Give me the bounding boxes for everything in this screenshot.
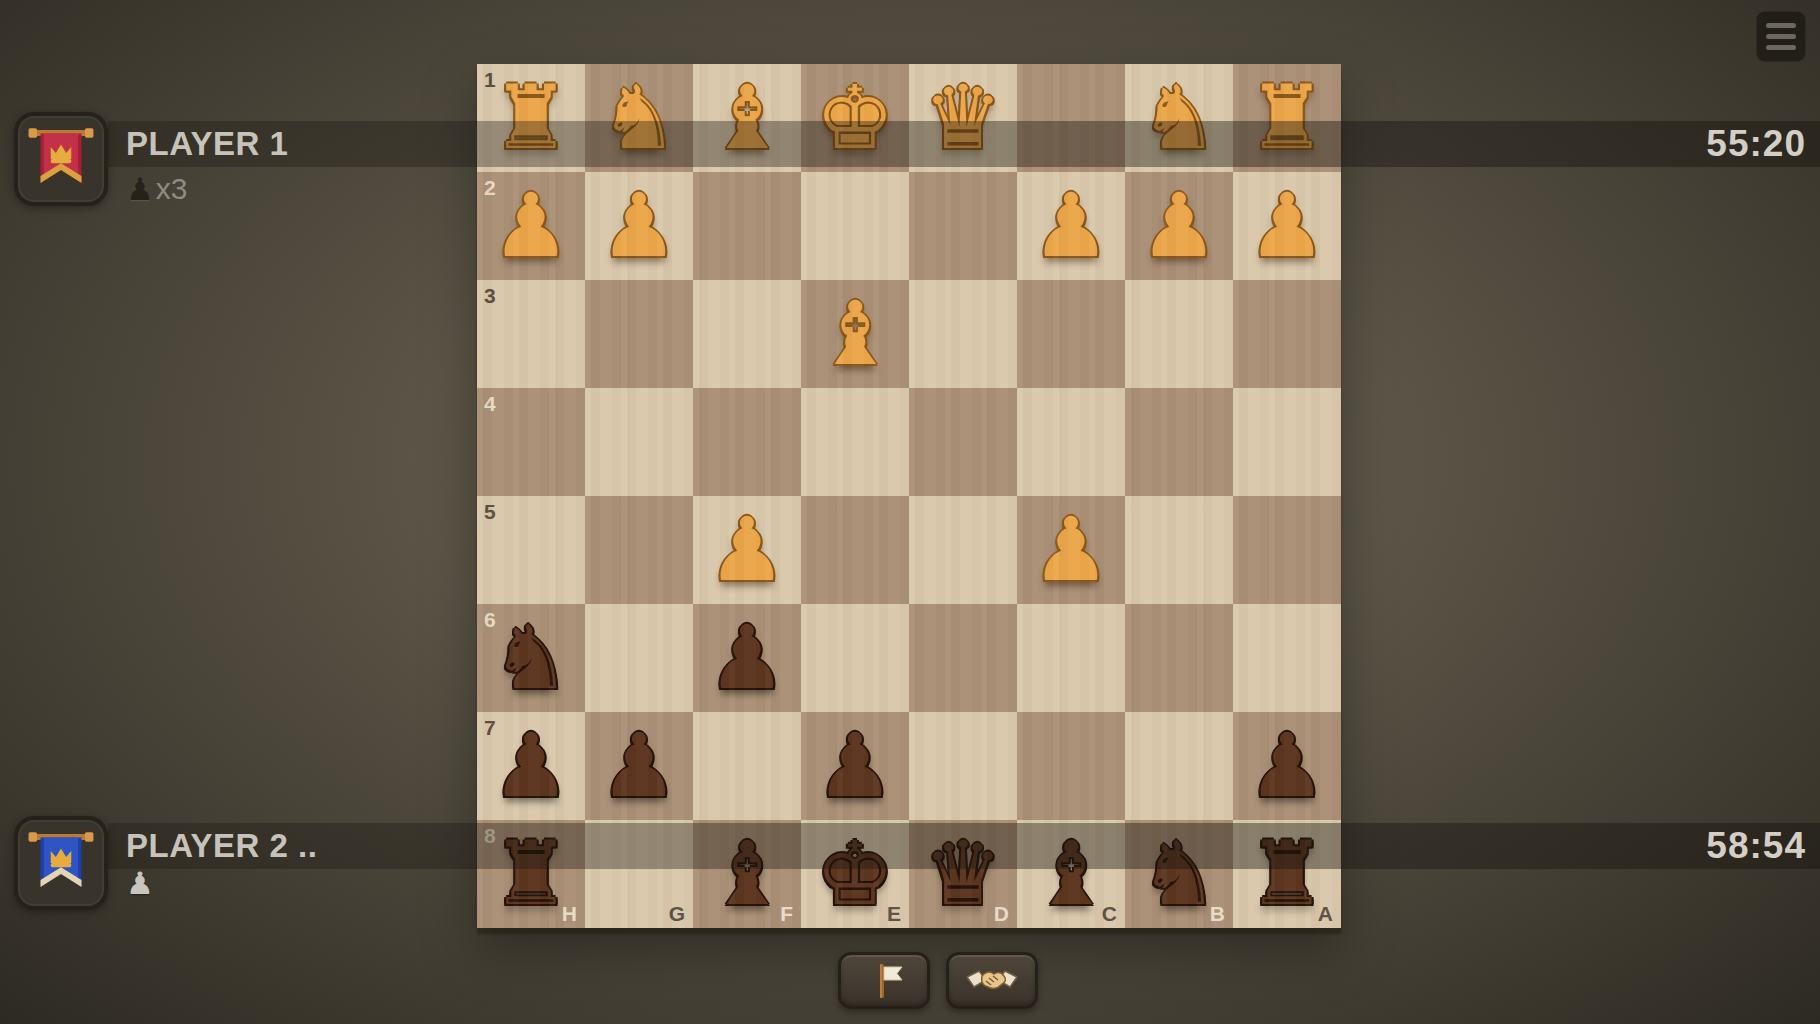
square-f7[interactable] <box>693 712 801 820</box>
square-f3[interactable] <box>693 280 801 388</box>
player2-avatar[interactable] <box>14 816 108 910</box>
piece-white-pawn[interactable]: ♟ <box>1017 496 1125 604</box>
piece-black-knight[interactable]: ♞ <box>477 604 585 712</box>
square-e5[interactable] <box>801 496 909 604</box>
square-e4[interactable] <box>801 388 909 496</box>
square-d6[interactable] <box>909 604 1017 712</box>
square-a4[interactable] <box>1233 388 1341 496</box>
square-b7[interactable] <box>1125 712 1233 820</box>
square-g7[interactable]: ♟ <box>585 712 693 820</box>
square-e3[interactable]: ♝ <box>801 280 909 388</box>
square-b6[interactable] <box>1125 604 1233 712</box>
player2-captured-tray: ♟ <box>126 868 156 899</box>
resign-button[interactable] <box>838 952 930 1009</box>
player2-info-band: PLAYER 2 .. 58:54 <box>108 823 1820 869</box>
piece-white-pawn[interactable]: ♟ <box>585 172 693 280</box>
square-a5[interactable] <box>1233 496 1341 604</box>
piece-white-pawn[interactable]: ♟ <box>1233 172 1341 280</box>
square-a2[interactable]: ♟ <box>1233 172 1341 280</box>
square-d7[interactable] <box>909 712 1017 820</box>
square-a6[interactable] <box>1233 604 1341 712</box>
file-label-g: G <box>669 903 685 924</box>
rank-label-5: 5 <box>484 501 496 522</box>
square-d4[interactable] <box>909 388 1017 496</box>
square-e2[interactable] <box>801 172 909 280</box>
player1-captured-count: x3 <box>156 172 188 206</box>
rank-label-4: 4 <box>484 393 496 414</box>
square-g2[interactable]: ♟ <box>585 172 693 280</box>
square-c7[interactable] <box>1017 712 1125 820</box>
square-d2[interactable] <box>909 172 1017 280</box>
square-g5[interactable] <box>585 496 693 604</box>
piece-black-pawn[interactable]: ♟ <box>693 604 801 712</box>
red-banner-crown-icon <box>20 118 102 200</box>
square-c5[interactable]: ♟ <box>1017 496 1125 604</box>
square-b4[interactable] <box>1125 388 1233 496</box>
square-c6[interactable] <box>1017 604 1125 712</box>
square-f5[interactable]: ♟ <box>693 496 801 604</box>
square-g3[interactable] <box>585 280 693 388</box>
square-h4[interactable]: 4 <box>477 388 585 496</box>
square-h5[interactable]: 5 <box>477 496 585 604</box>
piece-white-pawn[interactable]: ♟ <box>693 496 801 604</box>
player1-clock: 55:20 <box>1706 123 1806 165</box>
square-g4[interactable] <box>585 388 693 496</box>
handshake-icon <box>966 964 1018 998</box>
square-h7[interactable]: 7♟ <box>477 712 585 820</box>
square-c3[interactable] <box>1017 280 1125 388</box>
square-b5[interactable] <box>1125 496 1233 604</box>
piece-white-pawn[interactable]: ♟ <box>477 172 585 280</box>
square-e6[interactable] <box>801 604 909 712</box>
piece-black-pawn[interactable]: ♟ <box>801 712 909 820</box>
square-h2[interactable]: 2♟ <box>477 172 585 280</box>
captured-white-pawn-icon: ♟ <box>126 868 154 899</box>
piece-white-bishop[interactable]: ♝ <box>801 280 909 388</box>
square-a7[interactable]: ♟ <box>1233 712 1341 820</box>
piece-white-pawn[interactable]: ♟ <box>1017 172 1125 280</box>
square-f2[interactable] <box>693 172 801 280</box>
chess-board: 1♜♞♝♚♛♞♜2♟♟♟♟♟3♝45♟♟6♞♟7♟♟♟♟8H♜GF♝E♚D♛C♝… <box>477 64 1341 928</box>
rank-label-3: 3 <box>484 285 496 306</box>
player2-clock: 58:54 <box>1706 825 1806 867</box>
square-e7[interactable]: ♟ <box>801 712 909 820</box>
square-h6[interactable]: 6♞ <box>477 604 585 712</box>
blue-banner-crown-icon <box>20 822 102 904</box>
white-flag-icon <box>862 959 906 1003</box>
square-d5[interactable] <box>909 496 1017 604</box>
player1-captured-tray: ♟ x3 <box>126 172 187 206</box>
player1-info-band: PLAYER 1 55:20 <box>108 121 1820 167</box>
player1-avatar[interactable] <box>14 112 108 206</box>
player1-name: PLAYER 1 <box>126 125 288 163</box>
square-f6[interactable]: ♟ <box>693 604 801 712</box>
square-b3[interactable] <box>1125 280 1233 388</box>
piece-black-pawn[interactable]: ♟ <box>477 712 585 820</box>
square-b2[interactable]: ♟ <box>1125 172 1233 280</box>
menu-button[interactable] <box>1756 11 1806 62</box>
square-f4[interactable] <box>693 388 801 496</box>
piece-white-pawn[interactable]: ♟ <box>1125 172 1233 280</box>
square-h3[interactable]: 3 <box>477 280 585 388</box>
player2-name: PLAYER 2 .. <box>126 827 317 865</box>
captured-black-pawn-icon: ♟ <box>126 174 154 205</box>
piece-black-pawn[interactable]: ♟ <box>585 712 693 820</box>
square-c2[interactable]: ♟ <box>1017 172 1125 280</box>
piece-black-pawn[interactable]: ♟ <box>1233 712 1341 820</box>
offer-draw-button[interactable] <box>946 952 1038 1009</box>
square-a3[interactable] <box>1233 280 1341 388</box>
square-d3[interactable] <box>909 280 1017 388</box>
square-g6[interactable] <box>585 604 693 712</box>
square-c4[interactable] <box>1017 388 1125 496</box>
